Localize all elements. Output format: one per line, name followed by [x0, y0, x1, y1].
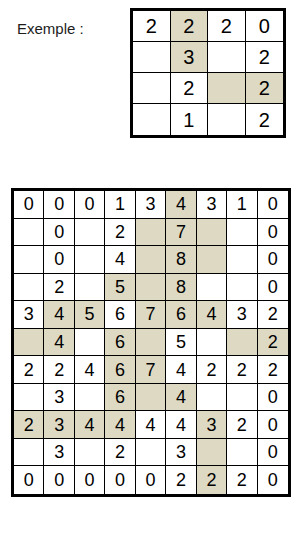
cell-r5c6[interactable]: 6 [166, 301, 196, 329]
cell-r9c8[interactable]: 2 [227, 411, 257, 439]
cell-r1c1[interactable]: 2 [133, 11, 171, 42]
cell-r7c3[interactable]: 4 [75, 356, 105, 384]
cell-r5c1[interactable]: 3 [14, 301, 44, 329]
cell-r4c7[interactable] [197, 274, 227, 302]
cell-r1c6[interactable]: 4 [166, 191, 196, 219]
cell-r11c7[interactable]: 2 [197, 466, 227, 494]
cell-r9c9[interactable]: 0 [258, 411, 288, 439]
cell-r6c3[interactable] [75, 329, 105, 357]
cell-r11c9[interactable]: 0 [258, 466, 288, 494]
main-puzzle-grid: 0001343100270048025803456764324652224674… [11, 188, 291, 497]
cell-r5c2[interactable]: 4 [44, 301, 74, 329]
cell-r7c1[interactable]: 2 [14, 356, 44, 384]
cell-r4c2[interactable]: 2 [44, 274, 74, 302]
cell-r8c3[interactable] [75, 384, 105, 412]
cell-r10c6[interactable]: 3 [166, 439, 196, 467]
cell-r8c6[interactable]: 4 [166, 384, 196, 412]
cell-r7c8[interactable]: 2 [227, 356, 257, 384]
cell-r1c2[interactable]: 0 [44, 191, 74, 219]
cell-r3c2[interactable]: 0 [44, 246, 74, 274]
cell-r3c6[interactable]: 8 [166, 246, 196, 274]
cell-r5c8[interactable]: 3 [227, 301, 257, 329]
cell-r2c4[interactable]: 2 [246, 42, 284, 73]
cell-r6c8[interactable] [227, 329, 257, 357]
cell-r1c5[interactable]: 3 [136, 191, 166, 219]
cell-r6c5[interactable] [136, 329, 166, 357]
cell-r10c3[interactable] [75, 439, 105, 467]
cell-r9c5[interactable]: 4 [136, 411, 166, 439]
cell-r10c5[interactable] [136, 439, 166, 467]
cell-r10c8[interactable] [227, 439, 257, 467]
cell-r2c6[interactable]: 7 [166, 219, 196, 247]
cell-r7c6[interactable]: 4 [166, 356, 196, 384]
cell-r3c3[interactable] [208, 73, 246, 104]
cell-r4c6[interactable]: 8 [166, 274, 196, 302]
cell-r2c5[interactable] [136, 219, 166, 247]
cell-r4c2[interactable]: 1 [171, 104, 209, 135]
cell-r8c7[interactable] [197, 384, 227, 412]
cell-r5c3[interactable]: 5 [75, 301, 105, 329]
cell-r7c9[interactable]: 2 [258, 356, 288, 384]
cell-r9c7[interactable]: 3 [197, 411, 227, 439]
cell-r1c4[interactable]: 1 [105, 191, 135, 219]
cell-r10c7[interactable] [197, 439, 227, 467]
cell-r2c4[interactable]: 2 [105, 219, 135, 247]
cell-r3c2[interactable]: 2 [171, 73, 209, 104]
cell-r4c4[interactable]: 2 [246, 104, 284, 135]
cell-r2c9[interactable]: 0 [258, 219, 288, 247]
cell-r9c6[interactable]: 4 [166, 411, 196, 439]
cell-r9c4[interactable]: 4 [105, 411, 135, 439]
cell-r6c9[interactable]: 2 [258, 329, 288, 357]
cell-r4c1[interactable] [133, 104, 171, 135]
cell-r6c7[interactable] [197, 329, 227, 357]
cell-r5c5[interactable]: 7 [136, 301, 166, 329]
cell-r8c9[interactable]: 0 [258, 384, 288, 412]
cell-r2c3[interactable] [208, 42, 246, 73]
cell-r9c2[interactable]: 3 [44, 411, 74, 439]
cell-r10c9[interactable]: 0 [258, 439, 288, 467]
cell-r1c9[interactable]: 0 [258, 191, 288, 219]
cell-r8c2[interactable]: 3 [44, 384, 74, 412]
cell-r2c2[interactable]: 3 [171, 42, 209, 73]
cell-r8c5[interactable] [136, 384, 166, 412]
cell-r11c6[interactable]: 2 [166, 466, 196, 494]
cell-r5c4[interactable]: 6 [105, 301, 135, 329]
cell-r3c4[interactable]: 2 [246, 73, 284, 104]
cell-r2c1[interactable] [14, 219, 44, 247]
cell-r4c1[interactable] [14, 274, 44, 302]
cell-r3c9[interactable]: 0 [258, 246, 288, 274]
cell-r9c3[interactable]: 4 [75, 411, 105, 439]
cell-r11c8[interactable]: 2 [227, 466, 257, 494]
cell-r5c9[interactable]: 2 [258, 301, 288, 329]
cell-r10c1[interactable] [14, 439, 44, 467]
cell-r3c8[interactable] [227, 246, 257, 274]
cell-r4c3[interactable] [208, 104, 246, 135]
cell-r3c3[interactable] [75, 246, 105, 274]
cell-r3c1[interactable] [14, 246, 44, 274]
cell-r11c5[interactable]: 0 [136, 466, 166, 494]
cell-r1c3[interactable]: 0 [75, 191, 105, 219]
cell-r8c8[interactable] [227, 384, 257, 412]
cell-r4c8[interactable] [227, 274, 257, 302]
cell-r7c7[interactable]: 2 [197, 356, 227, 384]
cell-r3c7[interactable] [197, 246, 227, 274]
cell-r6c1[interactable] [14, 329, 44, 357]
cell-r3c5[interactable] [136, 246, 166, 274]
cell-r3c1[interactable] [133, 73, 171, 104]
example-grid: 2220322212 [130, 8, 286, 138]
cell-r7c4[interactable]: 6 [105, 356, 135, 384]
cell-r1c1[interactable]: 0 [14, 191, 44, 219]
cell-r4c5[interactable] [136, 274, 166, 302]
cell-r7c5[interactable]: 7 [136, 356, 166, 384]
cell-r7c2[interactable]: 2 [44, 356, 74, 384]
cell-r4c9[interactable]: 0 [258, 274, 288, 302]
cell-r11c1[interactable]: 0 [14, 466, 44, 494]
cell-r1c8[interactable]: 1 [227, 191, 257, 219]
cell-r6c6[interactable]: 5 [166, 329, 196, 357]
cell-r1c4[interactable]: 0 [246, 11, 284, 42]
cell-r3c4[interactable]: 4 [105, 246, 135, 274]
cell-r5c7[interactable]: 4 [197, 301, 227, 329]
cell-r4c4[interactable]: 5 [105, 274, 135, 302]
cell-r1c3[interactable]: 2 [208, 11, 246, 42]
cell-r9c1[interactable]: 2 [14, 411, 44, 439]
cell-r8c4[interactable]: 6 [105, 384, 135, 412]
cell-r1c2[interactable]: 2 [171, 11, 209, 42]
cell-r2c3[interactable] [75, 219, 105, 247]
cell-r10c2[interactable]: 3 [44, 439, 74, 467]
cell-r6c4[interactable]: 6 [105, 329, 135, 357]
cell-r6c2[interactable]: 4 [44, 329, 74, 357]
cell-r2c1[interactable] [133, 42, 171, 73]
cell-r11c3[interactable]: 0 [75, 466, 105, 494]
cell-r11c4[interactable]: 0 [105, 466, 135, 494]
cell-r1c7[interactable]: 3 [197, 191, 227, 219]
cell-r2c2[interactable]: 0 [44, 219, 74, 247]
cell-r2c8[interactable] [227, 219, 257, 247]
cell-r10c4[interactable]: 2 [105, 439, 135, 467]
cell-r4c3[interactable] [75, 274, 105, 302]
cell-r8c1[interactable] [14, 384, 44, 412]
example-label: Exemple : [17, 20, 84, 37]
cell-r11c2[interactable]: 0 [44, 466, 74, 494]
cell-r2c7[interactable] [197, 219, 227, 247]
